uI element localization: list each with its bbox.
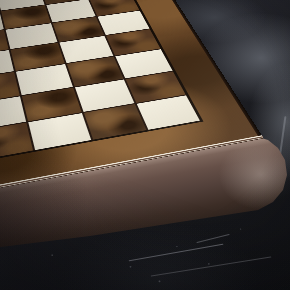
square-e1[interactable]: [0, 122, 33, 160]
photo-scene: [0, 0, 290, 290]
